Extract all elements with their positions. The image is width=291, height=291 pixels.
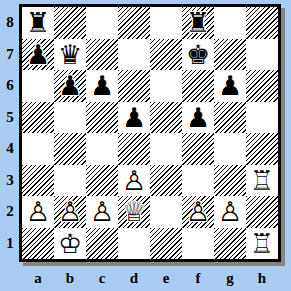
square-g1[interactable] [214,228,246,260]
black-rook-icon: ♜ [182,7,214,39]
square-a2[interactable]: ♟♙ [22,196,54,228]
square-d1[interactable] [118,228,150,260]
square-d6[interactable] [118,70,150,102]
black-pawn-c6[interactable]: ♟ [86,70,118,102]
square-h6[interactable] [246,70,278,102]
white-pawn-outline-icon: ♙ [86,196,118,228]
chess-diagram: 8 7 6 5 4 3 2 1 ♜♜♟♛♚♟♟♟♟♟♟♙♜♖♟♙♟♙♟♙♛♕♟♙… [0,0,291,291]
square-b4[interactable] [54,133,86,165]
file-label-f: f [182,268,214,288]
white-pawn-outline-icon: ♙ [182,196,214,228]
black-queen-b7[interactable]: ♛ [54,39,86,71]
white-rook-outline-icon: ♖ [246,228,278,260]
square-b2[interactable]: ♟♙ [54,196,86,228]
square-b5[interactable] [54,102,86,134]
white-pawn-c2[interactable]: ♟♙ [86,196,118,228]
white-rook-h1[interactable]: ♜♖ [246,228,278,260]
square-a3[interactable] [22,165,54,197]
white-king-b1[interactable]: ♚♔ [54,228,86,260]
black-king-f7[interactable]: ♚ [182,39,214,71]
black-rook-a8[interactable]: ♜ [22,7,54,39]
black-pawn-icon: ♟ [54,70,86,102]
square-h7[interactable] [246,39,278,71]
white-king-outline-icon: ♔ [54,228,86,260]
white-queen-d2[interactable]: ♛♕ [118,196,150,228]
white-pawn-outline-icon: ♙ [214,196,246,228]
square-a8[interactable]: ♜ [22,7,54,39]
black-pawn-icon: ♟ [118,102,150,134]
square-c7[interactable] [86,39,118,71]
square-d2[interactable]: ♛♕ [118,196,150,228]
square-a4[interactable] [22,133,54,165]
square-d8[interactable] [118,7,150,39]
white-pawn-d3[interactable]: ♟♙ [118,165,150,197]
square-e7[interactable] [150,39,182,71]
black-pawn-icon: ♟ [22,39,54,71]
square-g5[interactable] [214,102,246,134]
square-e3[interactable] [150,165,182,197]
square-h4[interactable] [246,133,278,165]
black-queen-icon: ♛ [54,39,86,71]
white-pawn-f2[interactable]: ♟♙ [182,196,214,228]
white-pawn-outline-icon: ♙ [118,165,150,197]
rank-label-7: 7 [2,39,18,71]
square-d3[interactable]: ♟♙ [118,165,150,197]
file-labels: a b c d e f g h [22,268,278,288]
square-e8[interactable] [150,7,182,39]
square-h8[interactable] [246,7,278,39]
black-pawn-a7[interactable]: ♟ [22,39,54,71]
square-h3[interactable]: ♜♖ [246,165,278,197]
square-c1[interactable] [86,228,118,260]
square-d7[interactable] [118,39,150,71]
square-f8[interactable]: ♜ [182,7,214,39]
square-c5[interactable] [86,102,118,134]
square-b1[interactable]: ♚♔ [54,228,86,260]
file-label-c: c [86,268,118,288]
file-label-a: a [22,268,54,288]
rank-label-5: 5 [2,102,18,134]
square-g8[interactable] [214,7,246,39]
white-pawn-outline-icon: ♙ [54,196,86,228]
white-pawn-a2[interactable]: ♟♙ [22,196,54,228]
black-rook-f8[interactable]: ♜ [182,7,214,39]
white-pawn-g2[interactable]: ♟♙ [214,196,246,228]
rank-label-2: 2 [2,196,18,228]
black-pawn-icon: ♟ [86,70,118,102]
rank-label-6: 6 [2,70,18,102]
black-pawn-icon: ♟ [214,70,246,102]
file-label-b: b [54,268,86,288]
black-pawn-f5[interactable]: ♟ [182,102,214,134]
black-pawn-icon: ♟ [182,102,214,134]
square-b8[interactable] [54,7,86,39]
square-a5[interactable] [22,102,54,134]
rank-label-4: 4 [2,133,18,165]
square-a1[interactable] [22,228,54,260]
square-b3[interactable] [54,165,86,197]
square-b6[interactable]: ♟ [54,70,86,102]
square-c4[interactable] [86,133,118,165]
square-f7[interactable]: ♚ [182,39,214,71]
black-pawn-d5[interactable]: ♟ [118,102,150,134]
rank-label-1: 1 [2,228,18,260]
square-f6[interactable] [182,70,214,102]
chess-board: ♜♜♟♛♚♟♟♟♟♟♟♙♜♖♟♙♟♙♟♙♛♕♟♙♟♙♚♔♜♖ [19,4,281,262]
square-f5[interactable]: ♟ [182,102,214,134]
square-e6[interactable] [150,70,182,102]
rank-label-8: 8 [2,7,18,39]
white-pawn-outline-icon: ♙ [22,196,54,228]
square-h5[interactable] [246,102,278,134]
square-e4[interactable] [150,133,182,165]
square-f2[interactable]: ♟♙ [182,196,214,228]
rank-label-3: 3 [2,165,18,197]
square-h2[interactable] [246,196,278,228]
white-rook-h3[interactable]: ♜♖ [246,165,278,197]
square-g7[interactable] [214,39,246,71]
rank-labels: 8 7 6 5 4 3 2 1 [2,7,18,259]
square-g6[interactable]: ♟ [214,70,246,102]
square-h1[interactable]: ♜♖ [246,228,278,260]
square-d4[interactable] [118,133,150,165]
white-rook-outline-icon: ♖ [246,165,278,197]
square-e5[interactable] [150,102,182,134]
square-f3[interactable] [182,165,214,197]
square-c2[interactable]: ♟♙ [86,196,118,228]
black-pawn-g6[interactable]: ♟ [214,70,246,102]
square-d5[interactable]: ♟ [118,102,150,134]
file-label-d: d [118,268,150,288]
file-label-h: h [246,268,278,288]
black-king-icon: ♚ [182,39,214,71]
square-g2[interactable]: ♟♙ [214,196,246,228]
square-c6[interactable]: ♟ [86,70,118,102]
black-rook-icon: ♜ [22,7,54,39]
white-queen-outline-icon: ♕ [118,196,150,228]
square-f1[interactable] [182,228,214,260]
square-c3[interactable] [86,165,118,197]
square-c8[interactable] [86,7,118,39]
square-a7[interactable]: ♟ [22,39,54,71]
file-label-e: e [150,268,182,288]
square-b7[interactable]: ♛ [54,39,86,71]
square-e1[interactable] [150,228,182,260]
square-e2[interactable] [150,196,182,228]
square-f4[interactable] [182,133,214,165]
file-label-g: g [214,268,246,288]
square-a6[interactable] [22,70,54,102]
square-g3[interactable] [214,165,246,197]
square-g4[interactable] [214,133,246,165]
black-pawn-b6[interactable]: ♟ [54,70,86,102]
white-pawn-b2[interactable]: ♟♙ [54,196,86,228]
